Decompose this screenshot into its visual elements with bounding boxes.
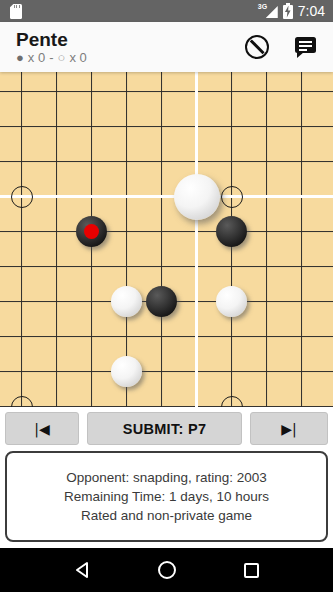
board-surface[interactable] <box>0 72 333 407</box>
white-stone-Q4 <box>216 286 247 317</box>
block-user-button[interactable] <box>245 35 269 59</box>
move-controls: |◀ SUBMIT: P7 ▶| <box>0 407 333 450</box>
game-info-panel: Opponent: snapding, rating: 2003 Remaini… <box>5 451 328 542</box>
board-marker-Q1 <box>221 396 243 407</box>
home-button[interactable] <box>158 561 176 579</box>
app-bar: Pente ● x 0 - ○ x 0 <box>0 22 333 72</box>
board-marker-K7 <box>11 186 33 208</box>
white-stone-N2 <box>111 356 142 387</box>
android-nav-bar <box>0 548 333 592</box>
game-type-info: Rated and non-private game <box>81 506 252 525</box>
black-stone-Q6 <box>216 216 247 247</box>
black-stone-glyph: ● <box>16 51 24 65</box>
submit-move-button[interactable]: SUBMIT: P7 <box>87 412 242 445</box>
clock: 7:04 <box>298 3 325 19</box>
last-move-dot <box>84 224 99 239</box>
time-remaining-info: Remaining Time: 1 days, 10 hours <box>64 487 269 506</box>
white-stone-N4 <box>111 286 142 317</box>
board-marker-K1 <box>11 396 33 407</box>
sd-card-icon <box>10 4 22 19</box>
page-title: Pente <box>16 29 87 50</box>
capture-score: ● x 0 - ○ x 0 <box>16 51 87 65</box>
last-move-button[interactable]: ▶| <box>250 412 328 445</box>
recents-button[interactable] <box>244 563 259 578</box>
info-panel-area: Opponent: snapding, rating: 2003 Remaini… <box>0 450 333 548</box>
network-type-label: 3G <box>258 3 267 10</box>
score-separator: - <box>49 51 53 65</box>
battery-charging-icon <box>283 5 293 19</box>
board-grid <box>4 74 333 407</box>
chat-icon <box>295 37 316 53</box>
black-capture-count: x 0 <box>28 51 45 65</box>
black-stone-M6-last-move <box>76 216 107 247</box>
board-marker-Q7 <box>221 186 243 208</box>
pending-white-stone-P7[interactable] <box>174 174 220 220</box>
first-move-button[interactable]: |◀ <box>5 412 79 445</box>
status-bar: 3G 7:04 <box>0 0 333 22</box>
opponent-info: Opponent: snapding, rating: 2003 <box>66 468 266 487</box>
white-stone-glyph: ○ <box>58 51 66 65</box>
block-icon <box>250 40 264 54</box>
network-signal-icon: 3G <box>258 3 278 19</box>
chat-button[interactable] <box>295 36 317 58</box>
signal-triangle-icon <box>266 6 278 18</box>
back-button[interactable] <box>74 561 91 579</box>
white-capture-count: x 0 <box>69 51 86 65</box>
black-stone-O4 <box>146 286 177 317</box>
